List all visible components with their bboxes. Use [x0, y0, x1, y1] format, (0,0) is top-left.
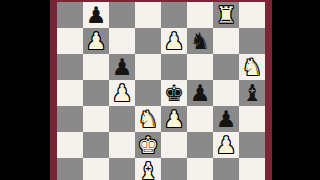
square-f8[interactable] [187, 2, 213, 28]
square-b5[interactable] [83, 80, 109, 106]
white-pawn: ♟ [86, 28, 107, 54]
square-f5[interactable]: ♟ [187, 80, 213, 106]
square-f4[interactable] [187, 106, 213, 132]
square-f2[interactable] [187, 158, 213, 180]
square-c7[interactable] [109, 28, 135, 54]
square-h3[interactable] [239, 132, 265, 158]
square-c5[interactable]: ♟ [109, 80, 135, 106]
white-pawn: ♟ [164, 106, 185, 132]
black-pawn: ♟ [216, 106, 237, 132]
square-h8[interactable] [239, 2, 265, 28]
square-b7[interactable]: ♟ [83, 28, 109, 54]
board-frame: ♟♜♟♟♞♟♞♟♚♟♝♞♟♟♚♟♝ [50, 0, 272, 180]
square-a7[interactable] [57, 28, 83, 54]
black-king: ♚ [164, 80, 185, 106]
black-pawn: ♟ [112, 54, 133, 80]
square-e7[interactable]: ♟ [161, 28, 187, 54]
square-g6[interactable] [213, 54, 239, 80]
white-king: ♚ [138, 132, 159, 158]
square-g4[interactable]: ♟ [213, 106, 239, 132]
black-bishop: ♝ [242, 80, 263, 106]
square-c8[interactable] [109, 2, 135, 28]
white-pawn: ♟ [164, 28, 185, 54]
square-b4[interactable] [83, 106, 109, 132]
square-d8[interactable] [135, 2, 161, 28]
square-d3[interactable]: ♚ [135, 132, 161, 158]
square-f7[interactable]: ♞ [187, 28, 213, 54]
white-knight: ♞ [242, 54, 263, 80]
square-g5[interactable] [213, 80, 239, 106]
white-bishop: ♝ [138, 158, 159, 180]
square-c2[interactable] [109, 158, 135, 180]
black-pawn: ♟ [190, 80, 211, 106]
square-e8[interactable] [161, 2, 187, 28]
square-e4[interactable]: ♟ [161, 106, 187, 132]
black-pawn: ♟ [86, 2, 107, 28]
square-g7[interactable] [213, 28, 239, 54]
square-g2[interactable] [213, 158, 239, 180]
square-a6[interactable] [57, 54, 83, 80]
square-f3[interactable] [187, 132, 213, 158]
square-f6[interactable] [187, 54, 213, 80]
square-d4[interactable]: ♞ [135, 106, 161, 132]
video-frame: ♟♜♟♟♞♟♞♟♚♟♝♞♟♟♚♟♝ [0, 0, 320, 180]
black-knight: ♞ [190, 28, 211, 54]
square-a8[interactable] [57, 2, 83, 28]
square-d6[interactable] [135, 54, 161, 80]
board-grid: ♟♜♟♟♞♟♞♟♚♟♝♞♟♟♚♟♝ [57, 2, 265, 180]
white-pawn: ♟ [112, 80, 133, 106]
square-e3[interactable] [161, 132, 187, 158]
white-knight: ♞ [138, 106, 159, 132]
square-c4[interactable] [109, 106, 135, 132]
square-b8[interactable]: ♟ [83, 2, 109, 28]
square-e2[interactable] [161, 158, 187, 180]
chess-board: ♟♜♟♟♞♟♞♟♚♟♝♞♟♟♚♟♝ [57, 2, 265, 180]
square-c6[interactable]: ♟ [109, 54, 135, 80]
square-b6[interactable] [83, 54, 109, 80]
square-h4[interactable] [239, 106, 265, 132]
square-c3[interactable] [109, 132, 135, 158]
white-pawn: ♟ [216, 132, 237, 158]
white-rook: ♜ [216, 2, 237, 28]
square-h5[interactable]: ♝ [239, 80, 265, 106]
square-h2[interactable] [239, 158, 265, 180]
square-h7[interactable] [239, 28, 265, 54]
square-d2[interactable]: ♝ [135, 158, 161, 180]
square-e5[interactable]: ♚ [161, 80, 187, 106]
square-b2[interactable] [83, 158, 109, 180]
square-a5[interactable] [57, 80, 83, 106]
square-d7[interactable] [135, 28, 161, 54]
square-e6[interactable] [161, 54, 187, 80]
square-a2[interactable] [57, 158, 83, 180]
square-a4[interactable] [57, 106, 83, 132]
square-h6[interactable]: ♞ [239, 54, 265, 80]
square-b3[interactable] [83, 132, 109, 158]
square-a3[interactable] [57, 132, 83, 158]
square-g8[interactable]: ♜ [213, 2, 239, 28]
square-g3[interactable]: ♟ [213, 132, 239, 158]
square-d5[interactable] [135, 80, 161, 106]
